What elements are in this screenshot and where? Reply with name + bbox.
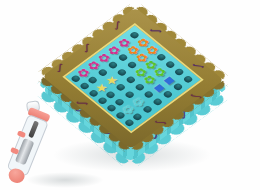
empty-hole[interactable] (132, 113, 143, 122)
swirl-ornament-icon: ∫ (193, 64, 204, 69)
empty-hole[interactable] (162, 90, 173, 99)
swirl-ornament-icon: ∫ (155, 120, 166, 125)
empty-hole[interactable] (173, 83, 184, 92)
empty-hole[interactable] (183, 75, 194, 84)
tool-inner-rod (28, 121, 39, 139)
tool-side-tab (17, 130, 26, 138)
swirl-ornament-icon: ∫ (76, 101, 87, 106)
photo-scene: ∫ ∫ ∫ ∫ ∫ ∫ ∫ ∫ ∫ ∫ ∫ ∫ ✿✿✿✿✿✿✿◆✿✿✿◆✿✿★✿… (0, 0, 260, 190)
empty-hole[interactable] (152, 98, 163, 107)
swirl-ornament-icon: ∫ (57, 63, 63, 72)
tool-shadow (26, 172, 104, 188)
swirl-ornament-icon: ∫ (150, 28, 161, 33)
swirl-ornament-icon: ∫ (190, 94, 202, 99)
empty-hole[interactable] (142, 105, 153, 114)
board-frame: ∫ ∫ ∫ ∫ ∫ ∫ ∫ ∫ ✿✿✿✿✿✿✿◆✿✿✿◆✿✿★✿✿★✿ (41, 7, 225, 150)
swirl-ornament-icon: ∫ (84, 43, 90, 52)
swirl-ornament-icon: ∫ (114, 21, 120, 30)
game-board: ∫ ∫ ∫ ∫ ∫ ∫ ∫ ∫ ∫ ∫ ∫ ∫ ✿✿✿✿✿✿✿◆✿✿✿◆✿✿★✿… (36, 2, 231, 156)
